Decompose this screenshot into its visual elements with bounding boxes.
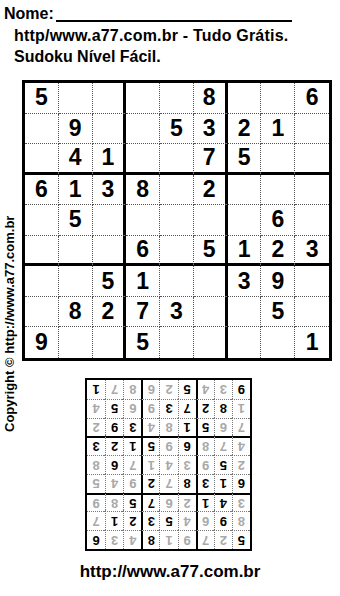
solution-cell-r3c5: 6	[159, 493, 177, 512]
puzzle-cell-r1c2[interactable]	[59, 83, 93, 114]
solution-cell-r1c5: 1	[159, 530, 177, 549]
puzzle-cell-r3c6[interactable]: 7	[194, 144, 228, 175]
solution-cell-r2c8: 1	[105, 511, 123, 530]
difficulty-title: Sudoku Nível Fácil.	[14, 48, 338, 66]
solution-cell-r9c2: 3	[214, 380, 232, 399]
footer-url: http://www.a77.com.br	[0, 562, 340, 582]
puzzle-cell-r6c8[interactable]: 2	[261, 236, 295, 267]
puzzle-cell-r5c1[interactable]	[25, 205, 59, 236]
solution-cell-r6c2: 7	[214, 436, 232, 455]
solution-cell-r8c5: 3	[159, 399, 177, 418]
puzzle-cell-r1c3[interactable]	[93, 83, 127, 114]
puzzle-cell-r8c7[interactable]	[228, 297, 262, 328]
puzzle-cell-r4c7[interactable]	[228, 175, 262, 206]
solution-cell-r5c8: 6	[105, 455, 123, 474]
puzzle-cell-r2c3[interactable]	[93, 114, 127, 145]
puzzle-cell-r7c9[interactable]	[295, 266, 329, 297]
puzzle-cell-r7c1[interactable]	[25, 266, 59, 297]
name-underline	[56, 8, 292, 22]
solution-cell-r5c2: 5	[214, 455, 232, 474]
solution-cell-r3c2: 4	[214, 493, 232, 512]
puzzle-cell-r8c8[interactable]: 5	[261, 297, 295, 328]
solution-cell-r5c6: 1	[141, 455, 159, 474]
solution-cell-r2c2: 9	[214, 511, 232, 530]
solution-cell-r6c7: 1	[123, 436, 141, 455]
puzzle-cell-r1c8[interactable]	[261, 83, 295, 114]
puzzle-cell-r1c4[interactable]	[126, 83, 160, 114]
solution-cell-r6c9: 3	[87, 436, 105, 455]
name-label: Nome:	[4, 5, 54, 23]
puzzle-cell-r8c4[interactable]: 7	[126, 297, 160, 328]
puzzle-cell-r6c2[interactable]	[59, 236, 93, 267]
puzzle-cell-r3c4[interactable]	[126, 144, 160, 175]
solution-cell-r9c6: 6	[141, 380, 159, 399]
solution-cell-r2c5: 5	[159, 511, 177, 530]
solution-cell-r8c2: 8	[214, 399, 232, 418]
puzzle-cell-r1c7[interactable]	[228, 83, 262, 114]
solution-cell-r5c3: 9	[196, 455, 214, 474]
solution-cell-r3c4: 2	[178, 493, 196, 512]
puzzle-cell-r9c4[interactable]: 5	[126, 327, 160, 358]
puzzle-cell-r6c4[interactable]: 6	[126, 236, 160, 267]
solution-cell-r8c8: 5	[105, 399, 123, 418]
puzzle-cell-r9c5[interactable]	[160, 327, 194, 358]
solution-cell-r1c4: 9	[178, 530, 196, 549]
puzzle-cell-r9c6[interactable]	[194, 327, 228, 358]
puzzle-cell-r6c7[interactable]: 1	[228, 236, 262, 267]
puzzle-cell-r4c1[interactable]: 6	[25, 175, 59, 206]
solution-cell-r2c1: 8	[232, 511, 250, 530]
solution-cell-r5c4: 3	[178, 455, 196, 474]
puzzle-cell-r8c9[interactable]	[295, 297, 329, 328]
solution-cell-r6c4: 6	[178, 436, 196, 455]
puzzle-cell-r9c9[interactable]: 1	[295, 327, 329, 358]
puzzle-cell-r2c5[interactable]: 5	[160, 114, 194, 145]
solution-cell-r7c4: 1	[178, 418, 196, 437]
solution-cell-r6c8: 2	[105, 436, 123, 455]
puzzle-cell-r8c2[interactable]: 8	[59, 297, 93, 328]
page-header: Nome: http/www.a77.com.br - Tudo Grátis.…	[4, 5, 338, 66]
solution-cell-r9c3: 4	[196, 380, 214, 399]
puzzle-cell-r9c3[interactable]	[93, 327, 127, 358]
puzzle-cell-r6c3[interactable]	[93, 236, 127, 267]
solution-cell-r7c8: 9	[105, 418, 123, 437]
puzzle-cell-r7c2[interactable]	[59, 266, 93, 297]
puzzle-cell-r4c4[interactable]: 8	[126, 175, 160, 206]
puzzle-cell-r3c8[interactable]	[261, 144, 295, 175]
puzzle-cell-r3c3[interactable]: 1	[93, 144, 127, 175]
puzzle-cell-r4c9[interactable]	[295, 175, 329, 206]
solution-cell-r3c9: 9	[87, 493, 105, 512]
puzzle-cell-r7c8[interactable]: 9	[261, 266, 295, 297]
solution-cell-r7c9: 2	[87, 418, 105, 437]
solution-grid: 5279184368964532173412675896138729452593…	[85, 378, 252, 551]
puzzle-cell-r5c9[interactable]	[295, 205, 329, 236]
puzzle-cell-r2c7[interactable]: 2	[228, 114, 262, 145]
puzzle-cell-r7c6[interactable]	[194, 266, 228, 297]
solution-cell-r1c1: 5	[232, 530, 250, 549]
solution-cell-r7c7: 3	[123, 418, 141, 437]
puzzle-cell-r3c2[interactable]: 4	[59, 144, 93, 175]
solution-cell-r4c4: 8	[178, 474, 196, 493]
solution-cell-r3c6: 7	[141, 493, 159, 512]
solution-cell-r6c3: 8	[196, 436, 214, 455]
puzzle-cell-r9c7[interactable]	[228, 327, 262, 358]
solution-cell-r5c5: 4	[159, 455, 177, 474]
puzzle-cell-r8c6[interactable]	[194, 297, 228, 328]
solution-cell-r8c6: 9	[141, 399, 159, 418]
puzzle-cell-r3c1[interactable]	[25, 144, 59, 175]
puzzle-cell-r6c1[interactable]	[25, 236, 59, 267]
solution-cell-r5c9: 8	[87, 455, 105, 474]
puzzle-cell-r1c5[interactable]	[160, 83, 194, 114]
puzzle-cell-r3c9[interactable]	[295, 144, 329, 175]
solution-cell-r3c7: 5	[123, 493, 141, 512]
solution-cell-r1c8: 3	[105, 530, 123, 549]
solution-cell-r3c8: 8	[105, 493, 123, 512]
solution-cell-r4c7: 9	[123, 474, 141, 493]
solution-cell-r4c9: 5	[87, 474, 105, 493]
puzzle-cell-r5c6[interactable]	[194, 205, 228, 236]
puzzle-cell-r5c5[interactable]	[160, 205, 194, 236]
solution-cell-r9c4: 5	[178, 380, 196, 399]
puzzle-cell-r9c2[interactable]	[59, 327, 93, 358]
solution-cell-r6c6: 5	[141, 436, 159, 455]
site-headline: http/www.a77.com.br - Tudo Grátis.	[14, 27, 338, 45]
puzzle-cell-r6c5[interactable]	[160, 236, 194, 267]
solution-cell-r9c8: 7	[105, 380, 123, 399]
solution-cell-r7c5: 8	[159, 418, 177, 437]
solution-cell-r9c9: 1	[87, 380, 105, 399]
puzzle-cell-r8c1[interactable]	[25, 297, 59, 328]
solution-cell-r2c6: 3	[141, 511, 159, 530]
solution-cell-r2c4: 4	[178, 511, 196, 530]
solution-cell-r7c1: 7	[232, 418, 250, 437]
solution-cell-r9c1: 9	[232, 380, 250, 399]
puzzle-cell-r1c9[interactable]: 6	[295, 83, 329, 114]
puzzle-cell-r7c3[interactable]: 5	[93, 266, 127, 297]
solution-cell-r8c4: 7	[178, 399, 196, 418]
puzzle-cell-r2c4[interactable]	[126, 114, 160, 145]
puzzle-cell-r1c6[interactable]: 8	[194, 83, 228, 114]
solution-cell-r7c6: 4	[141, 418, 159, 437]
puzzle-cell-r2c9[interactable]	[295, 114, 329, 145]
puzzle-cell-r4c5[interactable]	[160, 175, 194, 206]
puzzle-cell-r2c2[interactable]: 9	[59, 114, 93, 145]
solution-cell-r2c9: 7	[87, 511, 105, 530]
printable-sudoku-page: Nome: http/www.a77.com.br - Tudo Grátis.…	[0, 0, 340, 596]
puzzle-cell-r7c4[interactable]: 1	[126, 266, 160, 297]
puzzle-cell-r7c7[interactable]: 3	[228, 266, 262, 297]
solution-cell-r6c5: 9	[159, 436, 177, 455]
puzzle-cell-r2c6[interactable]: 3	[194, 114, 228, 145]
puzzle-cell-r1c1[interactable]: 5	[25, 83, 59, 114]
solution-cell-r8c3: 2	[196, 399, 214, 418]
solution-cell-r7c2: 6	[214, 418, 232, 437]
puzzle-cell-r9c8[interactable]	[261, 327, 295, 358]
puzzle-cell-r3c5[interactable]	[160, 144, 194, 175]
solution-cell-r4c3: 3	[196, 474, 214, 493]
solution-cell-r4c2: 1	[214, 474, 232, 493]
puzzle-cell-r5c2[interactable]: 5	[59, 205, 93, 236]
copyright-vertical-text: Copyright © http://www.a77.com.br	[2, 82, 18, 432]
puzzle-cell-r7c5[interactable]	[160, 266, 194, 297]
solution-cell-r1c2: 2	[214, 530, 232, 549]
puzzle-cell-r4c8[interactable]	[261, 175, 295, 206]
puzzle-cell-r4c3[interactable]: 3	[93, 175, 127, 206]
solution-cell-r7c3: 5	[196, 418, 214, 437]
puzzle-cell-r8c3[interactable]: 2	[93, 297, 127, 328]
puzzle-cell-r5c8[interactable]: 6	[261, 205, 295, 236]
puzzle-grid: 586953214175613825665123513982735951	[22, 80, 332, 361]
solution-cell-r9c5: 2	[159, 380, 177, 399]
puzzle-cell-r6c9[interactable]: 3	[295, 236, 329, 267]
solution-cell-r8c7: 6	[123, 399, 141, 418]
solution-cell-r6c1: 4	[232, 436, 250, 455]
solution-cell-r3c1: 3	[232, 493, 250, 512]
solution-cell-r2c3: 6	[196, 511, 214, 530]
solution-cell-r9c7: 8	[123, 380, 141, 399]
solution-cell-r8c1: 1	[232, 399, 250, 418]
puzzle-cell-r8c5[interactable]: 3	[160, 297, 194, 328]
puzzle-cell-r5c7[interactable]	[228, 205, 262, 236]
name-row: Nome:	[4, 5, 292, 23]
puzzle-cell-r4c6[interactable]: 2	[194, 175, 228, 206]
puzzle-cell-r9c1[interactable]: 9	[25, 327, 59, 358]
solution-cell-r4c8: 4	[105, 474, 123, 493]
solution-cell-r5c7: 7	[123, 455, 141, 474]
solution-cell-r8c9: 4	[87, 399, 105, 418]
solution-cell-r5c1: 2	[232, 455, 250, 474]
solution-cell-r4c1: 6	[232, 474, 250, 493]
puzzle-cell-r4c2[interactable]: 1	[59, 175, 93, 206]
solution-cell-r1c3: 7	[196, 530, 214, 549]
puzzle-cell-r2c1[interactable]	[25, 114, 59, 145]
solution-cell-r1c7: 4	[123, 530, 141, 549]
puzzle-cell-r5c3[interactable]	[93, 205, 127, 236]
solution-cell-r3c3: 1	[196, 493, 214, 512]
solution-cell-r1c9: 6	[87, 530, 105, 549]
solution-cell-r4c6: 2	[141, 474, 159, 493]
puzzle-cell-r2c8[interactable]: 1	[261, 114, 295, 145]
puzzle-cell-r5c4[interactable]	[126, 205, 160, 236]
puzzle-cell-r3c7[interactable]: 5	[228, 144, 262, 175]
puzzle-cell-r6c6[interactable]: 5	[194, 236, 228, 267]
solution-cell-r1c6: 8	[141, 530, 159, 549]
solution-cell-r2c7: 2	[123, 511, 141, 530]
solution-cell-r4c5: 7	[159, 474, 177, 493]
